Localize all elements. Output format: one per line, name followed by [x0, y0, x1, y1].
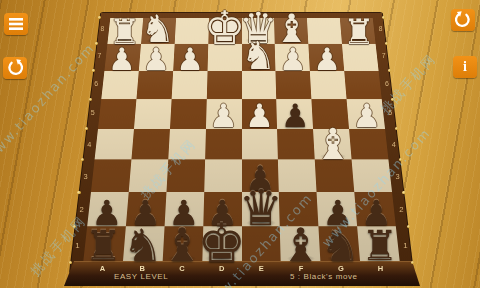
rotate-cw-arrow-icon — [454, 11, 472, 29]
hamburger-icon — [8, 17, 24, 31]
square-b3[interactable] — [129, 160, 168, 193]
piece-wN-e7[interactable]: ♞ — [239, 37, 278, 76]
square-a4[interactable] — [95, 129, 134, 160]
piece-wP-f7[interactable]: ♟ — [277, 44, 308, 75]
chess-app-screen: EASY LEVEL 5 : Black's move ♜♞♚♛♝♜♟♟♟♞♟♟… — [0, 0, 480, 288]
piece-bB-f1[interactable]: ♝ — [278, 223, 324, 269]
piece-wP-a7[interactable]: ♟ — [106, 44, 137, 75]
piece-bR-h1[interactable]: ♜ — [359, 226, 400, 267]
redo-button[interactable] — [451, 9, 475, 31]
piece-wP-g7[interactable]: ♟ — [312, 44, 343, 75]
square-h6[interactable] — [344, 71, 381, 99]
square-b5[interactable] — [134, 99, 172, 129]
rotate-ccw-arrow-icon — [6, 59, 24, 77]
piece-wP-d5[interactable]: ♟ — [207, 100, 239, 132]
square-b4[interactable] — [131, 129, 169, 160]
square-a3[interactable] — [91, 160, 131, 193]
piece-wP-h5[interactable]: ♟ — [351, 100, 383, 132]
piece-wP-e5[interactable]: ♟ — [243, 100, 275, 132]
piece-bP-f5[interactable]: ♟ — [279, 100, 311, 132]
menu-button[interactable] — [4, 13, 28, 35]
square-c3[interactable] — [166, 160, 205, 193]
square-g8[interactable] — [307, 18, 342, 44]
square-h3[interactable] — [352, 160, 392, 193]
move-indicator: 5 : Black's move — [290, 272, 358, 281]
square-c5[interactable] — [170, 99, 207, 129]
undo-button[interactable] — [3, 57, 27, 79]
piece-wB-g4[interactable]: ♝ — [312, 123, 355, 166]
piece-wP-b7[interactable]: ♟ — [141, 44, 172, 75]
info-icon: i — [463, 59, 467, 75]
piece-wP-c7[interactable]: ♟ — [175, 44, 206, 75]
piece-wR-h8[interactable]: ♜ — [341, 14, 376, 49]
difficulty-label: EASY LEVEL — [114, 272, 168, 281]
piece-bK-d1[interactable]: ♚ — [194, 216, 249, 271]
piece-bR-a1[interactable]: ♜ — [83, 226, 124, 267]
square-c4[interactable] — [168, 129, 206, 160]
square-a5[interactable] — [98, 99, 136, 129]
piece-bN-g1[interactable]: ♞ — [318, 224, 363, 269]
square-d6[interactable] — [206, 71, 241, 99]
info-button[interactable]: i — [453, 56, 477, 78]
